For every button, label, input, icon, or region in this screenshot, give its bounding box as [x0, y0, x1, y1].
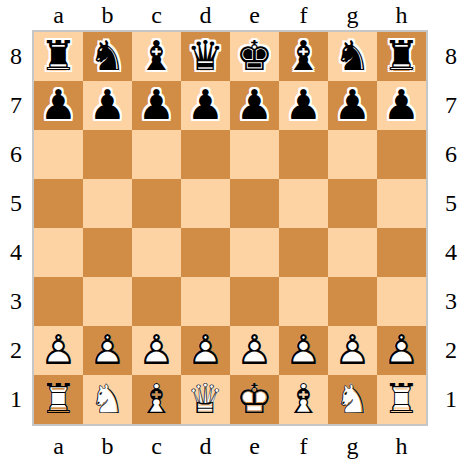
square-c8[interactable]: ♝ [132, 32, 181, 81]
black-pawn-piece[interactable]: ♟ [328, 81, 377, 130]
square-d4[interactable] [181, 228, 230, 277]
square-a4[interactable] [34, 228, 83, 277]
square-a2[interactable]: ♟♙ [34, 326, 83, 375]
file-label-g: g [328, 428, 377, 464]
square-c4[interactable] [132, 228, 181, 277]
square-b1[interactable]: ♞♘ [83, 375, 132, 424]
square-b6[interactable] [83, 130, 132, 179]
square-a3[interactable] [34, 277, 83, 326]
rank-label-1: 1 [0, 375, 32, 424]
file-label-h: h [377, 0, 426, 30]
square-h8[interactable]: ♜ [377, 32, 426, 81]
square-h3[interactable] [377, 277, 426, 326]
black-pawn-piece[interactable]: ♟ [83, 81, 132, 130]
rank-label-7: 7 [0, 81, 32, 130]
rank-label-5: 5 [428, 179, 474, 228]
square-e4[interactable] [230, 228, 279, 277]
white-rook-piece[interactable]: ♖ [377, 375, 426, 424]
white-knight-piece[interactable]: ♘ [328, 375, 377, 424]
white-pawn-piece[interactable]: ♙ [181, 326, 230, 375]
white-pawn-piece-fill: ♟ [377, 326, 426, 375]
file-label-f: f [279, 428, 328, 464]
square-f7[interactable]: ♟ [279, 81, 328, 130]
square-b5[interactable] [83, 179, 132, 228]
square-h5[interactable] [377, 179, 426, 228]
white-pawn-piece-fill: ♟ [279, 326, 328, 375]
square-d8[interactable]: ♛ [181, 32, 230, 81]
file-label-e: e [230, 428, 279, 464]
rank-label-1: 1 [428, 375, 474, 424]
square-h1[interactable]: ♜♖ [377, 375, 426, 424]
black-queen-piece[interactable]: ♛ [181, 32, 230, 81]
square-b3[interactable] [83, 277, 132, 326]
square-e6[interactable] [230, 130, 279, 179]
square-d7[interactable]: ♟ [181, 81, 230, 130]
white-pawn-piece[interactable]: ♙ [230, 326, 279, 375]
file-label-c: c [132, 0, 181, 30]
square-a6[interactable] [34, 130, 83, 179]
square-g2[interactable]: ♟♙ [328, 326, 377, 375]
square-e8[interactable]: ♚ [230, 32, 279, 81]
square-f3[interactable] [279, 277, 328, 326]
black-rook-piece[interactable]: ♜ [34, 32, 83, 81]
square-b4[interactable] [83, 228, 132, 277]
square-c7[interactable]: ♟ [132, 81, 181, 130]
rank-label-6: 6 [428, 130, 474, 179]
black-rook-piece[interactable]: ♜ [377, 32, 426, 81]
white-pawn-piece[interactable]: ♙ [377, 326, 426, 375]
square-d3[interactable] [181, 277, 230, 326]
white-pawn-piece-fill: ♟ [34, 326, 83, 375]
rank-label-7: 7 [428, 81, 474, 130]
white-pawn-piece[interactable]: ♙ [132, 326, 181, 375]
black-bishop-piece[interactable]: ♝ [132, 32, 181, 81]
square-h7[interactable]: ♟ [377, 81, 426, 130]
square-c3[interactable] [132, 277, 181, 326]
file-labels-bottom: abcdefgh [34, 428, 426, 464]
square-d5[interactable] [181, 179, 230, 228]
square-e2[interactable]: ♟♙ [230, 326, 279, 375]
file-label-e: e [230, 0, 279, 30]
square-c5[interactable] [132, 179, 181, 228]
white-pawn-piece-fill: ♟ [181, 326, 230, 375]
black-knight-piece[interactable]: ♞ [83, 32, 132, 81]
white-bishop-piece[interactable]: ♗ [132, 375, 181, 424]
white-pawn-piece-fill: ♟ [83, 326, 132, 375]
file-labels-top: abcdefgh [34, 0, 426, 30]
square-g5[interactable] [328, 179, 377, 228]
square-b8[interactable]: ♞ [83, 32, 132, 81]
rank-label-8: 8 [428, 32, 474, 81]
square-f4[interactable] [279, 228, 328, 277]
square-g7[interactable]: ♟ [328, 81, 377, 130]
square-b2[interactable]: ♟♙ [83, 326, 132, 375]
square-f8[interactable]: ♝ [279, 32, 328, 81]
square-c1[interactable]: ♝♗ [132, 375, 181, 424]
square-g8[interactable]: ♞ [328, 32, 377, 81]
square-a1[interactable]: ♜♖ [34, 375, 83, 424]
square-c2[interactable]: ♟♙ [132, 326, 181, 375]
white-pawn-piece-fill: ♟ [132, 326, 181, 375]
rank-labels-right: 87654321 [428, 32, 474, 424]
square-f6[interactable] [279, 130, 328, 179]
square-f1[interactable]: ♝♗ [279, 375, 328, 424]
black-pawn-piece[interactable]: ♟ [181, 81, 230, 130]
square-e5[interactable] [230, 179, 279, 228]
white-pawn-piece[interactable]: ♙ [279, 326, 328, 375]
file-label-b: b [83, 428, 132, 464]
file-label-d: d [181, 0, 230, 30]
black-pawn-piece[interactable]: ♟ [377, 81, 426, 130]
white-knight-piece-fill: ♞ [328, 375, 377, 424]
rank-labels-left: 87654321 [0, 32, 32, 424]
square-a8[interactable]: ♜ [34, 32, 83, 81]
rank-label-2: 2 [0, 326, 32, 375]
square-f5[interactable] [279, 179, 328, 228]
square-b7[interactable]: ♟ [83, 81, 132, 130]
white-bishop-piece-fill: ♝ [279, 375, 328, 424]
rank-label-8: 8 [0, 32, 32, 81]
file-label-g: g [328, 0, 377, 30]
rank-label-3: 3 [428, 277, 474, 326]
square-g1[interactable]: ♞♘ [328, 375, 377, 424]
square-h6[interactable] [377, 130, 426, 179]
white-pawn-piece-fill: ♟ [230, 326, 279, 375]
square-e7[interactable]: ♟ [230, 81, 279, 130]
white-bishop-piece-fill: ♝ [132, 375, 181, 424]
white-bishop-piece[interactable]: ♗ [279, 375, 328, 424]
square-e3[interactable] [230, 277, 279, 326]
white-pawn-piece[interactable]: ♙ [328, 326, 377, 375]
square-a7[interactable]: ♟ [34, 81, 83, 130]
white-rook-piece-fill: ♜ [377, 375, 426, 424]
white-queen-piece-fill: ♛ [181, 375, 230, 424]
square-g3[interactable] [328, 277, 377, 326]
square-f2[interactable]: ♟♙ [279, 326, 328, 375]
black-pawn-piece[interactable]: ♟ [279, 81, 328, 130]
rank-label-4: 4 [428, 228, 474, 277]
file-label-d: d [181, 428, 230, 464]
square-h4[interactable] [377, 228, 426, 277]
chess-diagram: abcdefgh abcdefgh 87654321 87654321 ♜♞♝♛… [0, 0, 474, 474]
square-c6[interactable] [132, 130, 181, 179]
white-rook-piece-fill: ♜ [34, 375, 83, 424]
white-pawn-piece[interactable]: ♙ [83, 326, 132, 375]
rank-label-2: 2 [428, 326, 474, 375]
square-h2[interactable]: ♟♙ [377, 326, 426, 375]
file-label-c: c [132, 428, 181, 464]
file-label-h: h [377, 428, 426, 464]
white-pawn-piece[interactable]: ♙ [34, 326, 83, 375]
black-pawn-piece[interactable]: ♟ [34, 81, 83, 130]
black-king-piece[interactable]: ♚ [230, 32, 279, 81]
white-knight-piece[interactable]: ♘ [83, 375, 132, 424]
file-label-a: a [34, 0, 83, 30]
white-king-piece-fill: ♚ [230, 375, 279, 424]
file-label-a: a [34, 428, 83, 464]
file-label-f: f [279, 0, 328, 30]
chess-board: ♜♞♝♛♚♝♞♜♟♟♟♟♟♟♟♟♟♙♟♙♟♙♟♙♟♙♟♙♟♙♟♙♜♖♞♘♝♗♛♕… [32, 30, 428, 426]
square-d2[interactable]: ♟♙ [181, 326, 230, 375]
white-knight-piece-fill: ♞ [83, 375, 132, 424]
square-e1[interactable]: ♚♔ [230, 375, 279, 424]
rank-label-4: 4 [0, 228, 32, 277]
square-g6[interactable] [328, 130, 377, 179]
white-rook-piece[interactable]: ♖ [34, 375, 83, 424]
square-d6[interactable] [181, 130, 230, 179]
black-pawn-piece[interactable]: ♟ [132, 81, 181, 130]
black-pawn-piece[interactable]: ♟ [230, 81, 279, 130]
square-a5[interactable] [34, 179, 83, 228]
white-queen-piece[interactable]: ♕ [181, 375, 230, 424]
rank-label-6: 6 [0, 130, 32, 179]
black-knight-piece[interactable]: ♞ [328, 32, 377, 81]
square-g4[interactable] [328, 228, 377, 277]
white-king-piece[interactable]: ♔ [230, 375, 279, 424]
file-label-b: b [83, 0, 132, 30]
square-d1[interactable]: ♛♕ [181, 375, 230, 424]
black-bishop-piece[interactable]: ♝ [279, 32, 328, 81]
white-pawn-piece-fill: ♟ [328, 326, 377, 375]
rank-label-3: 3 [0, 277, 32, 326]
rank-label-5: 5 [0, 179, 32, 228]
